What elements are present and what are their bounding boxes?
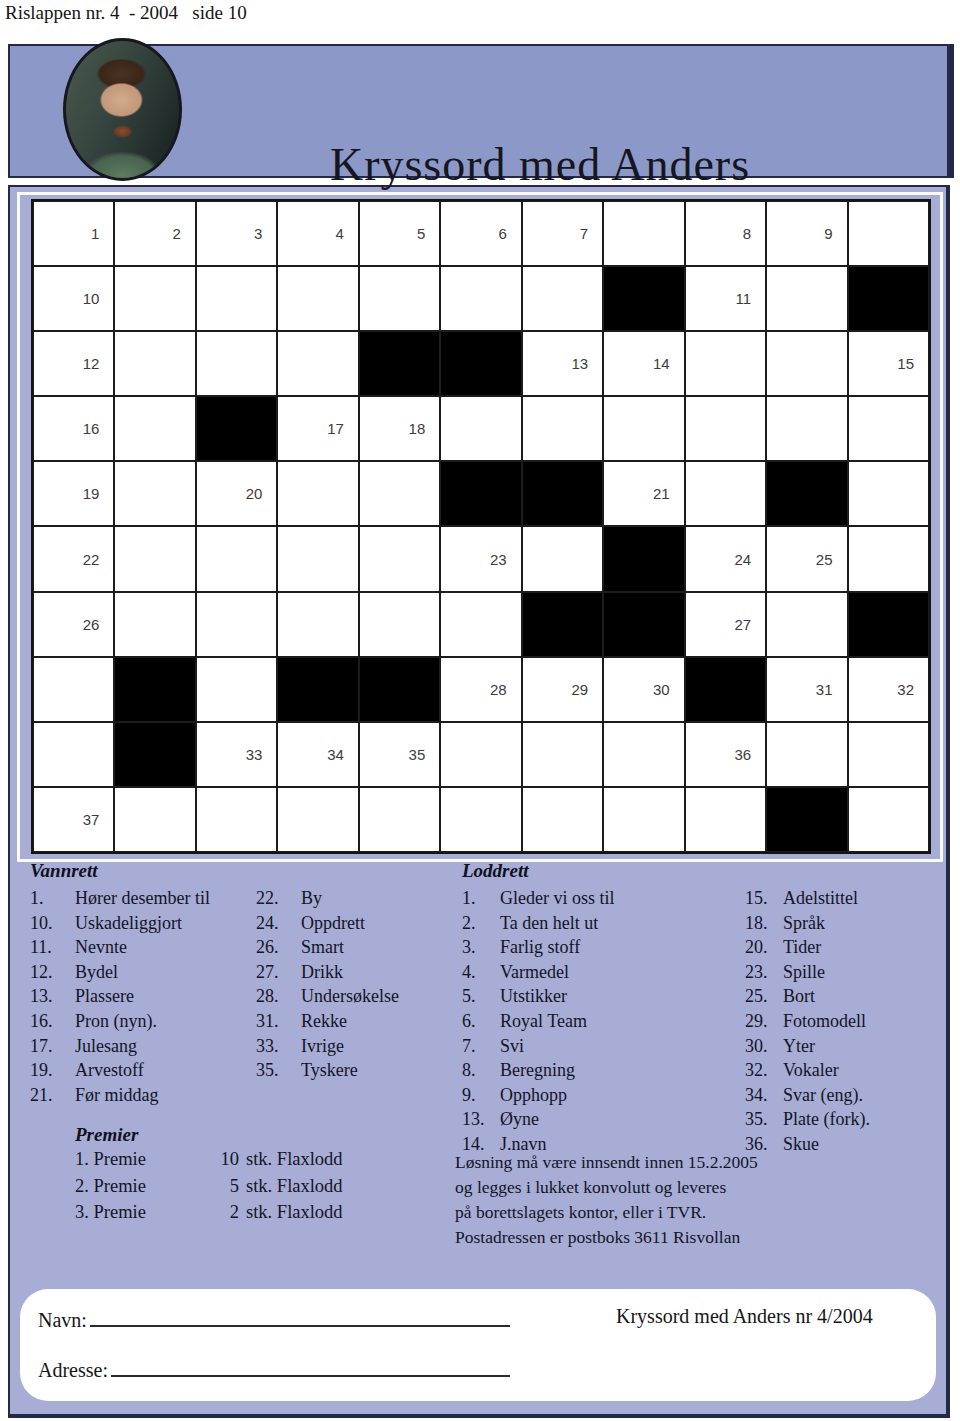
grid-cell[interactable] [277,526,358,591]
clue-item-number: 12. [30,960,75,985]
clue-item-number: 11. [30,935,75,960]
clue-item-number: 31. [256,1009,301,1034]
clue-number: 33 [246,746,263,763]
clue-item-number: 19. [30,1058,75,1083]
grid-cell[interactable] [114,396,195,461]
clue-item: 6.Royal Team [462,1009,615,1034]
clue-number: 7 [580,225,588,242]
grid-cell[interactable] [440,396,521,461]
grid-cell[interactable] [603,396,684,461]
across-clues-column-2: 22.By24.Oppdrett26.Smart27.Drikk28.Under… [256,886,399,1083]
submission-line: på borettslagets kontor, eller i TVR. [455,1200,758,1225]
down-heading: Loddrett [462,860,529,882]
clue-item-text: Svar (eng). [783,1083,863,1108]
grid-cell[interactable]: 1 [33,201,114,266]
name-label: Navn: [38,1309,87,1332]
grid-cell[interactable]: 29 [522,657,603,722]
clue-item-text: Gleder vi oss til [500,886,615,911]
clue-item: 17.Julesang [30,1034,210,1059]
submission-line: og legges i lukket konvolutt og leveres [455,1175,758,1200]
clue-item-text: Ivrige [301,1034,344,1059]
clue-item-text: Tider [783,935,821,960]
clue-item: 22.By [256,886,399,911]
clue-item: 1.Hører desember til [30,886,210,911]
grid-cell[interactable] [848,722,929,787]
clue-number: 36 [734,746,751,763]
grid-cell[interactable]: 13 [522,331,603,396]
grid-cell[interactable] [33,722,114,787]
grid-cell[interactable] [766,331,847,396]
down-clues-column-2: 15.Adelstittel18.Språk20.Tider23.Spille2… [745,886,870,1157]
clue-item-text: Tyskere [301,1058,358,1083]
grid-cell[interactable] [277,592,358,657]
block-cell [440,331,521,396]
clue-item-text: Vokaler [783,1058,839,1083]
clue-number: 19 [83,485,100,502]
page-title: Kryssord med Anders [250,138,830,191]
clue-item-text: Svi [500,1034,524,1059]
grid-cell[interactable]: 12 [33,331,114,396]
grid-cell[interactable] [440,592,521,657]
clue-item-number: 6. [462,1009,500,1034]
grid-cell[interactable]: 33 [196,722,277,787]
prize-place: 2. Premie [75,1173,213,1200]
clue-item: 35.Tyskere [256,1058,399,1083]
block-cell [848,266,929,331]
grid-cell[interactable] [522,722,603,787]
grid-cell[interactable]: 25 [766,526,847,591]
clue-item-text: Opphopp [500,1083,567,1108]
clue-item-number: 21. [30,1083,75,1108]
clue-item-text: Ta den helt ut [500,911,598,936]
prize-row: 3. Premie2stk. Flaxlodd [75,1199,343,1226]
clue-item-number: 5. [462,984,500,1009]
clue-item: 20.Tider [745,935,870,960]
clue-item: 4.Varmedel [462,960,615,985]
grid-cell[interactable]: 2 [114,201,195,266]
prize-quantity: 2 [213,1199,239,1226]
grid-cell[interactable]: 22 [33,526,114,591]
clue-item-number: 30. [745,1034,783,1059]
clue-number: 37 [83,811,100,828]
address-input-line[interactable] [111,1355,510,1377]
grid-cell[interactable] [114,592,195,657]
block-cell [196,396,277,461]
clue-number: 20 [246,485,263,502]
clue-item-number: 1. [462,886,500,911]
clue-item: 35.Plate (fork). [745,1107,870,1132]
clue-number: 31 [816,681,833,698]
grid-cell[interactable]: 3 [196,201,277,266]
clue-number: 23 [490,551,507,568]
clue-number: 13 [571,355,588,372]
clue-number: 16 [83,420,100,437]
grid-cell[interactable]: 17 [277,396,358,461]
clue-item-number: 23. [745,960,783,985]
clue-item: 5.Utstikker [462,984,615,1009]
grid-cell[interactable] [522,396,603,461]
prize-quantity: 5 [213,1173,239,1200]
address-label: Adresse: [38,1359,108,1382]
clue-item: 2.Ta den helt ut [462,911,615,936]
clue-item-text: Beregning [500,1058,575,1083]
clue-number: 32 [897,681,914,698]
grid-cell[interactable] [848,787,929,852]
grid-cell[interactable]: 14 [603,331,684,396]
clue-item-number: 33. [256,1034,301,1059]
clue-item-number: 25. [745,984,783,1009]
down-clues-column-1: 1.Gleder vi oss til2.Ta den helt ut3.Far… [462,886,615,1157]
grid-cell[interactable]: 31 [766,657,847,722]
grid-cell[interactable] [848,526,929,591]
grid-cell[interactable] [114,787,195,852]
grid-cell[interactable] [359,266,440,331]
clue-item-number: 10. [30,911,75,936]
clue-item-number: 13. [30,984,75,1009]
grid-cell[interactable]: 8 [685,201,766,266]
clue-number: 1 [91,225,99,242]
clue-item-text: Plate (fork). [783,1107,870,1132]
block-cell [603,266,684,331]
clue-item-text: By [301,886,322,911]
clue-item: 3.Farlig stoff [462,935,615,960]
page-header: Rislappen nr. 4 - 2004 side 10 [5,2,247,24]
clue-number: 18 [409,420,426,437]
anders-photo [63,38,182,181]
grid-cell[interactable]: 19 [33,461,114,526]
block-cell [522,461,603,526]
grid-cell[interactable] [359,526,440,591]
clue-item-text: Arvestoff [75,1058,144,1083]
block-cell [766,787,847,852]
block-cell [114,722,195,787]
clue-number: 8 [743,225,751,242]
grid-cell[interactable] [766,722,847,787]
clue-item-number: 13. [462,1107,500,1132]
block-cell [766,461,847,526]
clue-item-text: Undersøkelse [301,984,399,1009]
prize-quantity: 10 [213,1146,239,1173]
clue-item-number: 1. [30,886,75,911]
clue-item: 12.Bydel [30,960,210,985]
grid-cell[interactable]: 36 [685,722,766,787]
grid-cell[interactable] [440,722,521,787]
clue-item-text: Yter [783,1034,815,1059]
clue-number: 34 [327,746,344,763]
clue-item: 27.Drikk [256,960,399,985]
clue-item-text: Pron (nyn). [75,1009,157,1034]
grid-cell[interactable] [196,592,277,657]
grid-cell[interactable]: 5 [359,201,440,266]
clue-number: 5 [417,225,425,242]
clue-item-number: 16. [30,1009,75,1034]
prize-unit: stk. Flaxlodd [239,1146,343,1173]
block-cell [522,592,603,657]
clue-number: 6 [498,225,506,242]
grid-cell[interactable] [685,461,766,526]
grid-cell[interactable] [114,461,195,526]
clue-item-text: Varmedel [500,960,569,985]
block-cell [603,592,684,657]
clue-item-text: Royal Team [500,1009,587,1034]
grid-cell[interactable] [440,266,521,331]
clue-number: 21 [653,485,670,502]
grid-cell[interactable] [114,266,195,331]
submission-line: Postadressen er postboks 3611 Risvollan [455,1225,758,1250]
grid-cell[interactable] [603,201,684,266]
clue-item-text: Utstikker [500,984,567,1009]
prize-unit: stk. Flaxlodd [239,1199,343,1226]
clue-item-text: Spille [783,960,825,985]
grid-cell[interactable]: 16 [33,396,114,461]
grid-cell[interactable]: 6 [440,201,521,266]
prize-unit: stk. Flaxlodd [239,1173,343,1200]
block-cell [440,461,521,526]
clue-number: 22 [83,551,100,568]
block-cell [359,657,440,722]
grid-cell[interactable] [196,787,277,852]
clue-item: 9.Opphopp [462,1083,615,1108]
clue-number: 4 [335,225,343,242]
clue-item: 19.Arvestoff [30,1058,210,1083]
grid-cell[interactable]: 4 [277,201,358,266]
clue-item: 26.Smart [256,935,399,960]
clue-item: 10.Uskadeliggjort [30,911,210,936]
clue-item: 36.Skue [745,1132,870,1157]
clue-item-number: 9. [462,1083,500,1108]
clue-number: 12 [83,355,100,372]
clue-item-text: Øyne [500,1107,539,1132]
clue-number: 3 [254,225,262,242]
clue-number: 2 [173,225,181,242]
submission-line: Løsning må være innsendt innen 15.2.2005 [455,1150,758,1175]
clue-item: 30.Yter [745,1034,870,1059]
clue-item: 13.Plassere [30,984,210,1009]
clue-item: 1.Gleder vi oss til [462,886,615,911]
clue-item: 29.Fotomodell [745,1009,870,1034]
clue-number: 35 [409,746,426,763]
clue-item-text: Drikk [301,960,343,985]
grid-cell[interactable] [440,787,521,852]
clue-item-number: 28. [256,984,301,1009]
clue-item-number: 3. [462,935,500,960]
grid-cell[interactable]: 28 [440,657,521,722]
clue-item-number: 24. [256,911,301,936]
grid-cell[interactable]: 21 [603,461,684,526]
clue-item-number: 26. [256,935,301,960]
block-cell [359,331,440,396]
clue-item-text: Rekke [301,1009,347,1034]
grid-cell[interactable] [848,396,929,461]
clue-number: 10 [83,290,100,307]
clue-item: 34.Svar (eng). [745,1083,870,1108]
grid-cell[interactable]: 18 [359,396,440,461]
clue-item-text: Før middag [75,1083,159,1108]
block-cell [277,657,358,722]
grid-cell[interactable] [522,787,603,852]
clue-number: 15 [897,355,914,372]
grid-cell[interactable] [196,331,277,396]
clue-item-text: Bydel [75,960,118,985]
grid-cell[interactable] [359,592,440,657]
clue-item-number: 27. [256,960,301,985]
clue-item-number: 15. [745,886,783,911]
clue-item-text: Språk [783,911,825,936]
grid-cell[interactable] [114,331,195,396]
grid-cell[interactable] [277,787,358,852]
grid-cell[interactable] [685,331,766,396]
clue-item-number: 35. [745,1107,783,1132]
clue-item-number: 7. [462,1034,500,1059]
clue-item: 24.Oppdrett [256,911,399,936]
clue-item-number: 17. [30,1034,75,1059]
submission-instructions: Løsning må være innsendt innen 15.2.2005… [455,1150,758,1250]
grid-cell[interactable]: 32 [848,657,929,722]
grid-cell[interactable]: 27 [685,592,766,657]
clue-item-number: 2. [462,911,500,936]
clue-item-text: Bort [783,984,815,1009]
grid-cell[interactable]: 24 [685,526,766,591]
clue-item-number: 18. [745,911,783,936]
clue-item-text: Hører desember til [75,886,210,911]
prize-row: 1. Premie10stk. Flaxlodd [75,1146,343,1173]
crossword-grid: 1234567891011121314151617181920212223242… [31,199,931,854]
prize-row: 2. Premie5stk. Flaxlodd [75,1173,343,1200]
clue-item-number: 4. [462,960,500,985]
grid-cell[interactable] [359,461,440,526]
grid-cell[interactable]: 23 [440,526,521,591]
clue-item-number: 35. [256,1058,301,1083]
clue-item-number: 20. [745,935,783,960]
prizes-heading: Premier [75,1124,343,1146]
clue-item: 33.Ivrige [256,1034,399,1059]
across-heading: Vannrett [30,860,98,882]
clue-item: 31.Rekke [256,1009,399,1034]
grid-cell[interactable] [33,657,114,722]
clue-number: 30 [653,681,670,698]
clue-item-number: 22. [256,886,301,911]
block-cell [685,657,766,722]
grid-cell[interactable] [277,331,358,396]
grid-cell[interactable]: 11 [685,266,766,331]
grid-cell[interactable] [359,787,440,852]
prizes-section: Premier 1. Premie10stk. Flaxlodd2. Premi… [75,1124,343,1226]
grid-cell[interactable]: 10 [33,266,114,331]
clue-item-text: Uskadeliggjort [75,911,182,936]
clue-number: 17 [327,420,344,437]
clue-item-text: Skue [783,1132,819,1157]
clue-item-text: Nevnte [75,935,127,960]
clue-number: 25 [816,551,833,568]
clue-item: 15.Adelstittel [745,886,870,911]
clue-item-text: Smart [301,935,344,960]
clue-item-text: Farlig stoff [500,935,580,960]
clue-item: 7.Svi [462,1034,615,1059]
grid-cell[interactable] [196,266,277,331]
clue-item: 23.Spille [745,960,870,985]
grid-cell[interactable]: 20 [196,461,277,526]
clue-number: 27 [734,616,751,633]
clue-item: 11.Nevnte [30,935,210,960]
clue-number: 24 [734,551,751,568]
clue-item: 18.Språk [745,911,870,936]
grid-cell[interactable] [766,266,847,331]
clue-item-text: Adelstittel [783,886,858,911]
grid-cell[interactable]: 26 [33,592,114,657]
prize-place: 3. Premie [75,1199,213,1226]
grid-cell[interactable] [685,787,766,852]
grid-cell[interactable] [603,722,684,787]
clue-item: 16.Pron (nyn). [30,1009,210,1034]
clue-item: 25.Bort [745,984,870,1009]
grid-cell[interactable] [522,526,603,591]
grid-cell[interactable] [277,461,358,526]
clue-item-text: Oppdrett [301,911,365,936]
clue-item-number: 34. [745,1083,783,1108]
block-cell [603,526,684,591]
clue-number: 29 [571,681,588,698]
clue-item: 32.Vokaler [745,1058,870,1083]
clue-number: 11 [736,290,752,307]
entry-form: Navn: Adresse: Kryssord med Anders nr 4/… [20,1289,936,1401]
clue-item: 8.Beregning [462,1058,615,1083]
grid-cell[interactable] [114,526,195,591]
grid-cell[interactable] [196,526,277,591]
clue-item-text: Fotomodell [783,1009,866,1034]
grid-cell[interactable] [848,461,929,526]
clue-item-text: Plassere [75,984,134,1009]
grid-cell[interactable]: 37 [33,787,114,852]
clue-number: 9 [824,225,832,242]
form-reference: Kryssord med Anders nr 4/2004 [616,1305,873,1328]
grid-cell[interactable]: 34 [277,722,358,787]
grid-cell[interactable] [522,266,603,331]
grid-cell[interactable] [196,657,277,722]
grid-cell[interactable]: 7 [522,201,603,266]
clue-item-number: 29. [745,1009,783,1034]
clue-item-text: Julesang [75,1034,137,1059]
clue-number: 28 [490,681,507,698]
clue-number: 14 [653,355,670,372]
clue-item: 13.Øyne [462,1107,615,1132]
grid-cell[interactable]: 30 [603,657,684,722]
grid-cell[interactable] [766,396,847,461]
clue-item-number: 8. [462,1058,500,1083]
clue-item-number: 32. [745,1058,783,1083]
grid-cell[interactable] [685,396,766,461]
grid-cell[interactable] [603,787,684,852]
grid-cell[interactable]: 9 [766,201,847,266]
prize-place: 1. Premie [75,1146,213,1173]
grid-cell[interactable] [766,592,847,657]
block-cell [114,657,195,722]
grid-cell[interactable] [848,201,929,266]
clue-number: 26 [83,616,100,633]
clue-item: 21.Før middag [30,1083,210,1108]
across-clues-column-1: 1.Hører desember til10.Uskadeliggjort11.… [30,886,210,1107]
name-input-line[interactable] [90,1305,510,1327]
block-cell [848,592,929,657]
grid-cell[interactable] [277,266,358,331]
grid-cell[interactable]: 15 [848,331,929,396]
grid-cell[interactable]: 35 [359,722,440,787]
clue-item: 28.Undersøkelse [256,984,399,1009]
